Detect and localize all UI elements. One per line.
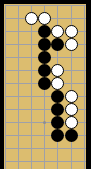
white-stone xyxy=(51,25,64,38)
black-stone xyxy=(38,77,51,90)
white-stone xyxy=(65,116,78,129)
black-stone xyxy=(51,90,64,103)
grid-line xyxy=(31,5,32,169)
white-stone xyxy=(65,90,78,103)
white-stone xyxy=(51,64,64,77)
black-stone xyxy=(38,38,51,51)
go-board[interactable] xyxy=(4,4,86,169)
black-stone xyxy=(38,25,51,38)
grid-line xyxy=(84,5,85,169)
black-stone xyxy=(51,38,64,51)
black-stone xyxy=(38,51,51,64)
board-right-border xyxy=(86,0,91,169)
white-stone xyxy=(65,25,78,38)
grid-line xyxy=(18,5,19,169)
grid-line xyxy=(5,5,6,169)
black-stone xyxy=(65,129,78,142)
black-stone xyxy=(38,64,51,77)
app-screen xyxy=(0,0,91,169)
white-stone xyxy=(25,12,38,25)
white-stone xyxy=(38,12,51,25)
white-stone xyxy=(65,38,78,51)
white-stone xyxy=(51,77,64,90)
black-stone xyxy=(51,129,64,142)
star-point xyxy=(43,121,46,124)
white-stone xyxy=(65,103,78,116)
black-stone xyxy=(51,103,64,116)
black-stone xyxy=(51,116,64,129)
